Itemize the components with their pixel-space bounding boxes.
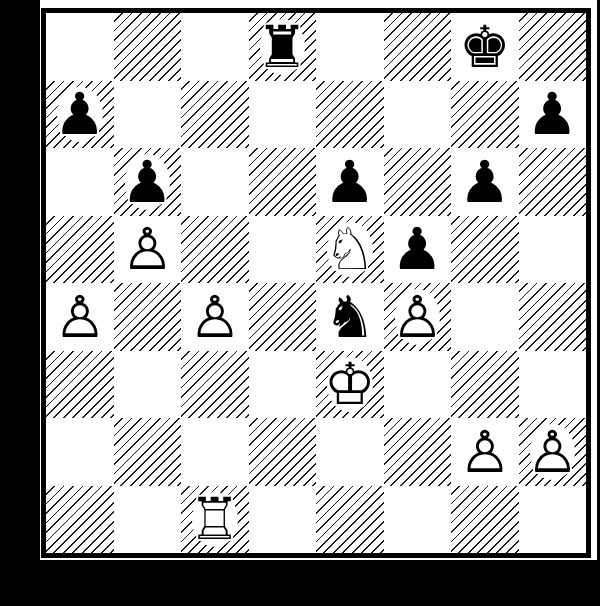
square-h6[interactable] [519, 148, 587, 216]
piece-black-rook[interactable]: ♜ [249, 13, 317, 81]
square-g4[interactable] [451, 283, 519, 351]
square-b1[interactable] [114, 486, 182, 554]
square-g5[interactable] [451, 216, 519, 284]
piece-white-pawn[interactable]: ♙ [451, 418, 519, 486]
square-e1[interactable] [316, 486, 384, 554]
square-g3[interactable] [451, 351, 519, 419]
square-d5[interactable] [249, 216, 317, 284]
square-c5[interactable] [181, 216, 249, 284]
page-background: ♜♚♟♟♟♟♟♙♘♟♙♙♞♙♔♙♙♖ [0, 0, 600, 606]
square-b7[interactable] [114, 81, 182, 149]
square-h1[interactable] [519, 486, 587, 554]
square-a1[interactable] [46, 486, 114, 554]
square-g8[interactable]: ♚ [451, 13, 519, 81]
square-f7[interactable] [384, 81, 452, 149]
piece-black-pawn[interactable]: ♟ [46, 81, 114, 149]
square-f2[interactable] [384, 418, 452, 486]
square-c1[interactable]: ♖ [181, 486, 249, 554]
square-h8[interactable] [519, 13, 587, 81]
square-f5[interactable]: ♟ [384, 216, 452, 284]
piece-white-king[interactable]: ♔ [316, 351, 384, 419]
diagram-panel: ♜♚♟♟♟♟♟♙♘♟♙♙♞♙♔♙♙♖ [40, 0, 597, 560]
square-f4[interactable]: ♙ [384, 283, 452, 351]
square-g2[interactable]: ♙ [451, 418, 519, 486]
square-b2[interactable] [114, 418, 182, 486]
board: ♜♚♟♟♟♟♟♙♘♟♙♙♞♙♔♙♙♖ [46, 13, 586, 553]
piece-white-pawn[interactable]: ♙ [46, 283, 114, 351]
square-b6[interactable]: ♟ [114, 148, 182, 216]
square-c3[interactable] [181, 351, 249, 419]
piece-white-pawn[interactable]: ♙ [181, 283, 249, 351]
square-e8[interactable] [316, 13, 384, 81]
square-a7[interactable]: ♟ [46, 81, 114, 149]
piece-white-knight[interactable]: ♘ [316, 216, 384, 284]
square-h7[interactable]: ♟ [519, 81, 587, 149]
square-f1[interactable] [384, 486, 452, 554]
piece-white-pawn[interactable]: ♙ [519, 418, 587, 486]
square-b5[interactable]: ♙ [114, 216, 182, 284]
square-d8[interactable]: ♜ [249, 13, 317, 81]
square-d4[interactable] [249, 283, 317, 351]
square-c8[interactable] [181, 13, 249, 81]
piece-white-pawn[interactable]: ♙ [114, 216, 182, 284]
square-h5[interactable] [519, 216, 587, 284]
square-b3[interactable] [114, 351, 182, 419]
piece-black-pawn[interactable]: ♟ [114, 148, 182, 216]
piece-black-knight[interactable]: ♞ [316, 283, 384, 351]
square-e7[interactable] [316, 81, 384, 149]
square-f8[interactable] [384, 13, 452, 81]
square-c4[interactable]: ♙ [181, 283, 249, 351]
square-f6[interactable] [384, 148, 452, 216]
square-d7[interactable] [249, 81, 317, 149]
piece-white-pawn[interactable]: ♙ [384, 283, 452, 351]
square-g7[interactable] [451, 81, 519, 149]
square-a6[interactable] [46, 148, 114, 216]
square-e5[interactable]: ♘ [316, 216, 384, 284]
square-d3[interactable] [249, 351, 317, 419]
square-h4[interactable] [519, 283, 587, 351]
square-c6[interactable] [181, 148, 249, 216]
square-a2[interactable] [46, 418, 114, 486]
square-d2[interactable] [249, 418, 317, 486]
square-b8[interactable] [114, 13, 182, 81]
square-b4[interactable] [114, 283, 182, 351]
board-frame: ♜♚♟♟♟♟♟♙♘♟♙♙♞♙♔♙♙♖ [41, 8, 591, 558]
square-e6[interactable]: ♟ [316, 148, 384, 216]
square-d1[interactable] [249, 486, 317, 554]
piece-black-pawn[interactable]: ♟ [451, 148, 519, 216]
piece-white-rook[interactable]: ♖ [181, 486, 249, 554]
piece-black-pawn[interactable]: ♟ [384, 216, 452, 284]
square-e4[interactable]: ♞ [316, 283, 384, 351]
square-d6[interactable] [249, 148, 317, 216]
square-a5[interactable] [46, 216, 114, 284]
piece-black-pawn[interactable]: ♟ [519, 81, 587, 149]
square-g1[interactable] [451, 486, 519, 554]
square-a4[interactable]: ♙ [46, 283, 114, 351]
square-e2[interactable] [316, 418, 384, 486]
piece-black-king[interactable]: ♚ [451, 13, 519, 81]
square-h3[interactable] [519, 351, 587, 419]
square-c2[interactable] [181, 418, 249, 486]
square-a3[interactable] [46, 351, 114, 419]
piece-black-pawn[interactable]: ♟ [316, 148, 384, 216]
square-c7[interactable] [181, 81, 249, 149]
square-h2[interactable]: ♙ [519, 418, 587, 486]
square-a8[interactable] [46, 13, 114, 81]
square-e3[interactable]: ♔ [316, 351, 384, 419]
square-f3[interactable] [384, 351, 452, 419]
square-g6[interactable]: ♟ [451, 148, 519, 216]
